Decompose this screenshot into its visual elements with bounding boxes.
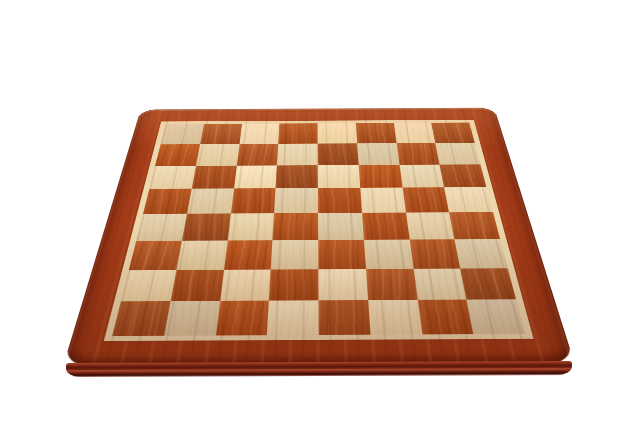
- chess-board: [112, 123, 525, 337]
- square-r1c7: [435, 143, 480, 165]
- square-r1c5: [357, 143, 399, 165]
- square-r7c0: [112, 301, 170, 336]
- square-r5c3: [271, 240, 318, 269]
- square-r7c6: [417, 300, 473, 335]
- square-r0c5: [355, 123, 396, 143]
- square-r4c5: [362, 213, 409, 240]
- square-r6c0: [121, 270, 176, 302]
- square-r0c3: [278, 123, 317, 143]
- square-r3c7: [444, 187, 493, 212]
- square-r2c0: [149, 166, 196, 189]
- square-r1c4: [318, 143, 359, 165]
- square-r5c5: [364, 239, 413, 268]
- square-r4c1: [182, 213, 231, 240]
- square-r2c2: [234, 165, 278, 188]
- square-r3c2: [231, 188, 276, 213]
- square-r1c6: [396, 143, 440, 165]
- square-r3c0: [143, 189, 191, 214]
- square-r0c4: [318, 123, 357, 143]
- square-r4c6: [405, 212, 454, 239]
- square-r4c3: [273, 213, 318, 240]
- square-r6c3: [269, 269, 318, 301]
- square-r1c1: [196, 144, 239, 166]
- square-r6c6: [413, 268, 467, 300]
- square-r0c0: [161, 124, 204, 144]
- square-r6c4: [318, 269, 368, 301]
- square-r7c3: [267, 301, 319, 336]
- square-r1c0: [155, 144, 200, 166]
- square-r2c4: [318, 165, 360, 188]
- board-top-face: [63, 108, 574, 366]
- square-r5c1: [176, 240, 227, 269]
- square-r6c2: [220, 269, 271, 301]
- square-r6c1: [170, 269, 223, 301]
- square-r1c2: [236, 144, 278, 166]
- square-r0c1: [200, 124, 242, 144]
- square-r7c4: [318, 300, 370, 335]
- square-r2c1: [191, 165, 236, 188]
- page-background: [0, 0, 640, 426]
- board-side-edge: [66, 361, 572, 377]
- square-r7c5: [368, 300, 422, 335]
- square-r7c1: [164, 301, 220, 336]
- square-r4c2: [227, 213, 274, 240]
- square-r7c2: [215, 301, 269, 336]
- square-r1c3: [277, 143, 318, 165]
- square-r3c3: [274, 188, 318, 213]
- square-r0c6: [393, 123, 435, 143]
- square-r4c7: [449, 212, 500, 239]
- square-r2c5: [358, 165, 402, 188]
- square-r2c3: [276, 165, 318, 188]
- square-r5c2: [224, 240, 273, 269]
- square-r3c4: [318, 188, 362, 213]
- square-r2c6: [399, 164, 444, 187]
- square-r3c5: [360, 188, 405, 213]
- square-r6c7: [460, 268, 516, 300]
- square-r0c2: [239, 124, 279, 144]
- square-r2c7: [440, 164, 487, 187]
- square-r4c4: [318, 213, 364, 240]
- square-r5c7: [455, 239, 508, 268]
- square-r5c4: [318, 240, 366, 269]
- square-r5c0: [129, 241, 182, 270]
- square-r4c0: [136, 214, 187, 241]
- square-r5c6: [409, 239, 460, 268]
- square-r7c7: [467, 299, 525, 334]
- square-r3c1: [187, 189, 234, 214]
- square-r0c7: [431, 123, 474, 143]
- square-r3c6: [402, 187, 449, 212]
- square-r6c5: [366, 268, 418, 300]
